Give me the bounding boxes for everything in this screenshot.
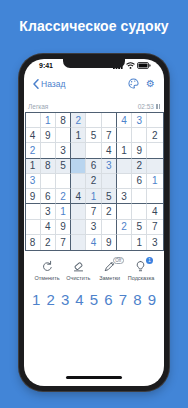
- numpad-9[interactable]: 9: [148, 292, 156, 307]
- cell-r5c2[interactable]: [41, 174, 56, 189]
- cell-r5c9[interactable]: 1: [147, 174, 162, 189]
- cell-r8c2[interactable]: 4: [41, 220, 56, 235]
- cell-r3c9[interactable]: [147, 143, 162, 158]
- undo-icon: [41, 260, 54, 273]
- numpad-3[interactable]: 3: [61, 292, 69, 307]
- cell-r2c7[interactable]: [117, 128, 132, 143]
- cell-r8c4[interactable]: [71, 220, 86, 235]
- numpad-5[interactable]: 5: [90, 292, 98, 307]
- cell-r3c8[interactable]: 9: [132, 143, 147, 158]
- back-button[interactable]: Назад: [33, 79, 65, 89]
- cell-r2c5[interactable]: 5: [86, 128, 101, 143]
- cell-r4c9[interactable]: [147, 159, 162, 174]
- cell-r4c7[interactable]: [117, 159, 132, 174]
- cell-r9c6[interactable]: 9: [102, 235, 117, 250]
- cell-r8c5[interactable]: 3: [86, 220, 101, 235]
- cell-r1c8[interactable]: 3: [132, 113, 147, 128]
- cell-r6c6[interactable]: 5: [102, 189, 117, 204]
- phone-mockup: 9:41: [19, 54, 169, 391]
- cell-r5c8[interactable]: 6: [132, 174, 147, 189]
- pause-button[interactable]: [156, 104, 160, 109]
- nav-icons: ⚙︎: [128, 78, 155, 89]
- cell-r6c4[interactable]: 4: [71, 189, 86, 204]
- numpad-6[interactable]: 6: [104, 292, 112, 307]
- cell-r1c6[interactable]: [102, 113, 117, 128]
- numpad-7[interactable]: 7: [119, 292, 127, 307]
- cell-r7c2[interactable]: 3: [41, 204, 56, 219]
- cell-r9c2[interactable]: 2: [41, 235, 56, 250]
- phone-screen: 9:41: [24, 59, 164, 386]
- cell-r4c8[interactable]: 2: [132, 159, 147, 174]
- cell-r5c4[interactable]: [71, 174, 86, 189]
- cell-r7c4[interactable]: [71, 204, 86, 219]
- cell-r4c1[interactable]: 1: [26, 159, 41, 174]
- cell-r9c3[interactable]: 7: [56, 235, 71, 250]
- cell-r7c9[interactable]: 4: [147, 204, 162, 219]
- cell-r5c3[interactable]: [56, 174, 71, 189]
- theme-palette-icon[interactable]: [128, 78, 139, 89]
- cell-r7c8[interactable]: [132, 204, 147, 219]
- cell-r9c8[interactable]: 1: [132, 235, 147, 250]
- cell-r7c7[interactable]: [117, 204, 132, 219]
- cell-r3c5[interactable]: [86, 143, 101, 158]
- cell-r6c5[interactable]: 1: [86, 189, 101, 204]
- numpad-2[interactable]: 2: [46, 292, 54, 307]
- cell-r7c6[interactable]: 2: [102, 204, 117, 219]
- cell-r7c5[interactable]: 7: [86, 204, 101, 219]
- difficulty-label: Легкая: [28, 103, 48, 110]
- cell-r6c2[interactable]: 6: [41, 189, 56, 204]
- notes-label: Заметки: [99, 275, 120, 281]
- cell-r9c4[interactable]: [71, 235, 86, 250]
- cell-r7c3[interactable]: 1: [56, 204, 71, 219]
- cell-r6c8[interactable]: [132, 189, 147, 204]
- cell-r2c4[interactable]: 1: [71, 128, 86, 143]
- cell-r7c1[interactable]: [26, 204, 41, 219]
- cell-r9c5[interactable]: 4: [86, 235, 101, 250]
- cell-r1c2[interactable]: 1: [41, 113, 56, 128]
- phone-notch: [63, 59, 125, 68]
- cell-r3c3[interactable]: 3: [56, 143, 71, 158]
- cell-r2c8[interactable]: [132, 128, 147, 143]
- nav-bar: Назад ⚙︎: [24, 78, 164, 89]
- notes-off-badge: Off: [113, 257, 124, 264]
- battery-icon: [137, 62, 151, 69]
- cell-r9c1[interactable]: 8: [26, 235, 41, 250]
- status-time: 9:41: [39, 62, 53, 69]
- back-label: Назад: [41, 79, 65, 89]
- cell-r6c7[interactable]: 3: [117, 189, 132, 204]
- eraser-label: Очистить: [66, 275, 90, 281]
- cell-r5c5[interactable]: 2: [86, 174, 101, 189]
- cell-r2c2[interactable]: 9: [41, 128, 56, 143]
- cell-r3c1[interactable]: 2: [26, 143, 41, 158]
- cell-r2c6[interactable]: 7: [102, 128, 117, 143]
- cell-r1c9[interactable]: [147, 113, 162, 128]
- cell-r4c3[interactable]: 5: [56, 159, 71, 174]
- cell-r1c1[interactable]: [26, 113, 41, 128]
- cell-r8c6[interactable]: [102, 220, 117, 235]
- cell-r2c3[interactable]: [56, 128, 71, 143]
- cell-r4c2[interactable]: 8: [41, 159, 56, 174]
- timer-value: 02:53: [138, 103, 154, 110]
- undo-label: Отменить: [34, 275, 59, 281]
- sudoku-grid: 1824349157223419185632326196241533172449…: [25, 112, 164, 251]
- hint-count-badge: 1: [146, 257, 153, 264]
- undo-button[interactable]: Отменить: [32, 260, 62, 281]
- numpad-1[interactable]: 1: [32, 292, 40, 307]
- eraser-button[interactable]: Очистить: [63, 260, 93, 281]
- cell-r5c6[interactable]: [102, 174, 117, 189]
- toolbar: ОтменитьОчиститьOffЗаметки1Подсказка: [24, 260, 164, 281]
- cell-r8c9[interactable]: 7: [147, 220, 162, 235]
- numpad-8[interactable]: 8: [133, 292, 141, 307]
- cell-r3c6[interactable]: 4: [102, 143, 117, 158]
- cell-r9c9[interactable]: 3: [147, 235, 162, 250]
- wifi-icon: [126, 62, 135, 69]
- cell-r8c7[interactable]: 2: [117, 220, 132, 235]
- cell-r1c7[interactable]: 4: [117, 113, 132, 128]
- cell-r4c4[interactable]: [71, 159, 86, 174]
- settings-gear-icon[interactable]: ⚙︎: [146, 79, 155, 89]
- cell-r6c1[interactable]: 9: [26, 189, 41, 204]
- hint-label: Подсказка: [128, 275, 154, 281]
- home-indicator: [66, 376, 122, 380]
- cell-r5c7[interactable]: [117, 174, 132, 189]
- app-banner: Классическое судоку: [0, 0, 188, 34]
- cell-r2c9[interactable]: 2: [147, 128, 162, 143]
- timer-wrap: 02:53: [138, 103, 160, 110]
- chevron-left-icon: [33, 79, 39, 89]
- game-header: Легкая 02:53: [24, 103, 164, 110]
- cell-r3c2[interactable]: [41, 143, 56, 158]
- cell-r2c1[interactable]: 4: [26, 128, 41, 143]
- hint-button[interactable]: 1Подсказка: [126, 260, 156, 281]
- banner-title: Классическое судоку: [0, 18, 188, 34]
- numpad: 123456789: [24, 292, 164, 307]
- notes-button[interactable]: OffЗаметки: [95, 260, 125, 281]
- cell-r4c5[interactable]: 6: [86, 159, 101, 174]
- numpad-4[interactable]: 4: [75, 292, 83, 307]
- cell-r1c5[interactable]: [86, 113, 101, 128]
- cell-r1c4[interactable]: 2: [71, 113, 86, 128]
- cell-r3c7[interactable]: 1: [117, 143, 132, 158]
- eraser-icon: [72, 260, 85, 273]
- cell-r8c1[interactable]: [26, 220, 41, 235]
- cell-r5c1[interactable]: 3: [26, 174, 41, 189]
- cell-r1c3[interactable]: 8: [56, 113, 71, 128]
- cell-r9c7[interactable]: [117, 235, 132, 250]
- cell-r8c3[interactable]: 9: [56, 220, 71, 235]
- cell-r3c4[interactable]: [71, 143, 86, 158]
- cell-r4c6[interactable]: 3: [102, 159, 117, 174]
- cell-r6c3[interactable]: 2: [56, 189, 71, 204]
- cell-r6c9[interactable]: [147, 189, 162, 204]
- cell-r8c8[interactable]: 5: [132, 220, 147, 235]
